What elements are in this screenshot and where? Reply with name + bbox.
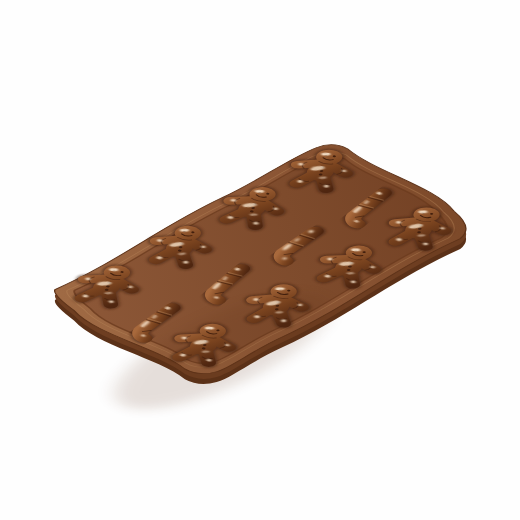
- chocolate-mold-photo: [0, 0, 520, 520]
- product-photo: [0, 0, 520, 520]
